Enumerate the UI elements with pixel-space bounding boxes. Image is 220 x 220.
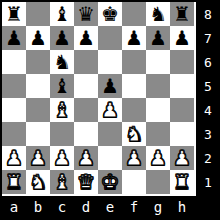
- square-d1[interactable]: ♛: [74, 170, 98, 194]
- square-h5[interactable]: [170, 74, 194, 98]
- square-f5[interactable]: [122, 74, 146, 98]
- piece-black-pawn[interactable]: ♟: [29, 26, 47, 50]
- square-e4[interactable]: ♟: [98, 98, 122, 122]
- square-a8[interactable]: ♜: [2, 2, 26, 26]
- piece-black-pawn[interactable]: ♟: [5, 26, 23, 50]
- square-d3[interactable]: [74, 122, 98, 146]
- rank-label-1: 1: [196, 170, 220, 194]
- piece-white-king[interactable]: ♚: [101, 170, 119, 194]
- piece-white-pawn[interactable]: ♟: [173, 146, 191, 170]
- square-f1[interactable]: [122, 170, 146, 194]
- piece-black-queen[interactable]: ♛: [77, 2, 95, 26]
- square-h7[interactable]: ♟: [170, 26, 194, 50]
- piece-white-rook[interactable]: ♜: [173, 170, 191, 194]
- file-label-f: f: [122, 196, 146, 218]
- piece-white-bishop[interactable]: ♝: [53, 98, 71, 122]
- square-d6[interactable]: [74, 50, 98, 74]
- rank-label-8: 8: [196, 2, 220, 26]
- rank-label-2: 2: [196, 146, 220, 170]
- square-d8[interactable]: ♛: [74, 2, 98, 26]
- piece-white-pawn[interactable]: ♟: [101, 98, 119, 122]
- square-g1[interactable]: [146, 170, 170, 194]
- piece-white-pawn[interactable]: ♟: [53, 146, 71, 170]
- square-a6[interactable]: [2, 50, 26, 74]
- piece-black-pawn[interactable]: ♟: [125, 26, 143, 50]
- square-e5[interactable]: ♟: [98, 74, 122, 98]
- square-e8[interactable]: ♚: [98, 2, 122, 26]
- square-a7[interactable]: ♟: [2, 26, 26, 50]
- square-g2[interactable]: ♟: [146, 146, 170, 170]
- piece-white-pawn[interactable]: ♟: [29, 146, 47, 170]
- square-a1[interactable]: ♜: [2, 170, 26, 194]
- square-c2[interactable]: ♟: [50, 146, 74, 170]
- square-e3[interactable]: [98, 122, 122, 146]
- piece-white-queen[interactable]: ♛: [77, 170, 95, 194]
- piece-black-pawn[interactable]: ♟: [173, 26, 191, 50]
- square-g7[interactable]: ♟: [146, 26, 170, 50]
- square-c6[interactable]: ♞: [50, 50, 74, 74]
- square-c1[interactable]: ♝: [50, 170, 74, 194]
- piece-black-pawn[interactable]: ♟: [53, 26, 71, 50]
- square-d4[interactable]: [74, 98, 98, 122]
- square-c3[interactable]: [50, 122, 74, 146]
- square-h1[interactable]: ♜: [170, 170, 194, 194]
- piece-white-pawn[interactable]: ♟: [125, 146, 143, 170]
- square-h8[interactable]: ♜: [170, 2, 194, 26]
- square-a4[interactable]: [2, 98, 26, 122]
- piece-white-rook[interactable]: ♜: [5, 170, 23, 194]
- square-b4[interactable]: [26, 98, 50, 122]
- square-c8[interactable]: ♝: [50, 2, 74, 26]
- square-d7[interactable]: ♟: [74, 26, 98, 50]
- piece-black-pawn[interactable]: ♟: [101, 74, 119, 98]
- square-b7[interactable]: ♟: [26, 26, 50, 50]
- square-c4[interactable]: ♝: [50, 98, 74, 122]
- square-b5[interactable]: [26, 74, 50, 98]
- piece-white-bishop[interactable]: ♝: [53, 170, 71, 194]
- square-b3[interactable]: [26, 122, 50, 146]
- square-h3[interactable]: [170, 122, 194, 146]
- square-b8[interactable]: [26, 2, 50, 26]
- square-b2[interactable]: ♟: [26, 146, 50, 170]
- piece-black-knight[interactable]: ♞: [53, 50, 71, 74]
- square-b6[interactable]: [26, 50, 50, 74]
- piece-black-king[interactable]: ♚: [101, 2, 119, 26]
- rank-label-3: 3: [196, 122, 220, 146]
- file-label-b: b: [26, 196, 50, 218]
- square-f7[interactable]: ♟: [122, 26, 146, 50]
- square-e1[interactable]: ♚: [98, 170, 122, 194]
- piece-white-pawn[interactable]: ♟: [149, 146, 167, 170]
- square-f6[interactable]: [122, 50, 146, 74]
- piece-black-rook[interactable]: ♜: [5, 2, 23, 26]
- square-h2[interactable]: ♟: [170, 146, 194, 170]
- square-b1[interactable]: ♞: [26, 170, 50, 194]
- piece-black-bishop[interactable]: ♝: [53, 74, 71, 98]
- square-f4[interactable]: [122, 98, 146, 122]
- square-g4[interactable]: [146, 98, 170, 122]
- piece-black-knight[interactable]: ♞: [149, 2, 167, 26]
- piece-black-pawn[interactable]: ♟: [149, 26, 167, 50]
- rank-label-5: 5: [196, 74, 220, 98]
- square-c5[interactable]: ♝: [50, 74, 74, 98]
- file-label-g: g: [146, 196, 170, 218]
- square-e7[interactable]: [98, 26, 122, 50]
- square-d2[interactable]: ♟: [74, 146, 98, 170]
- square-f3[interactable]: ♞: [122, 122, 146, 146]
- square-d5[interactable]: [74, 74, 98, 98]
- rank-label-4: 4: [196, 98, 220, 122]
- file-labels: abcdefgh: [2, 196, 194, 218]
- piece-black-bishop[interactable]: ♝: [53, 2, 71, 26]
- file-label-a: a: [2, 196, 26, 218]
- rank-label-7: 7: [196, 26, 220, 50]
- piece-black-pawn[interactable]: ♟: [77, 26, 95, 50]
- piece-white-pawn[interactable]: ♟: [5, 146, 23, 170]
- piece-white-pawn[interactable]: ♟: [77, 146, 95, 170]
- square-e2[interactable]: [98, 146, 122, 170]
- square-a5[interactable]: [2, 74, 26, 98]
- file-label-e: e: [98, 196, 122, 218]
- square-e6[interactable]: [98, 50, 122, 74]
- square-a3[interactable]: [2, 122, 26, 146]
- rank-labels: 87654321: [196, 2, 220, 194]
- chess-board: ♜♝♛♚♞♜♟♟♟♟♟♟♟♞♝♟♝♟♞♟♟♟♟♟♟♟♜♞♝♛♚♜: [2, 2, 196, 196]
- file-label-h: h: [170, 196, 194, 218]
- square-f2[interactable]: ♟: [122, 146, 146, 170]
- file-label-d: d: [74, 196, 98, 218]
- piece-black-rook[interactable]: ♜: [173, 2, 191, 26]
- square-g5[interactable]: [146, 74, 170, 98]
- piece-white-knight[interactable]: ♞: [29, 170, 47, 194]
- square-f8[interactable]: [122, 2, 146, 26]
- square-h6[interactable]: [170, 50, 194, 74]
- square-c7[interactable]: ♟: [50, 26, 74, 50]
- square-a2[interactable]: ♟: [2, 146, 26, 170]
- file-label-c: c: [50, 196, 74, 218]
- square-g3[interactable]: [146, 122, 170, 146]
- rank-label-6: 6: [196, 50, 220, 74]
- square-g6[interactable]: [146, 50, 170, 74]
- piece-white-knight[interactable]: ♞: [125, 122, 143, 146]
- square-h4[interactable]: [170, 98, 194, 122]
- chess-board-frame: ♜♝♛♚♞♜♟♟♟♟♟♟♟♞♝♟♝♟♞♟♟♟♟♟♟♟♜♞♝♛♚♜ 8765432…: [0, 0, 220, 220]
- square-g8[interactable]: ♞: [146, 2, 170, 26]
